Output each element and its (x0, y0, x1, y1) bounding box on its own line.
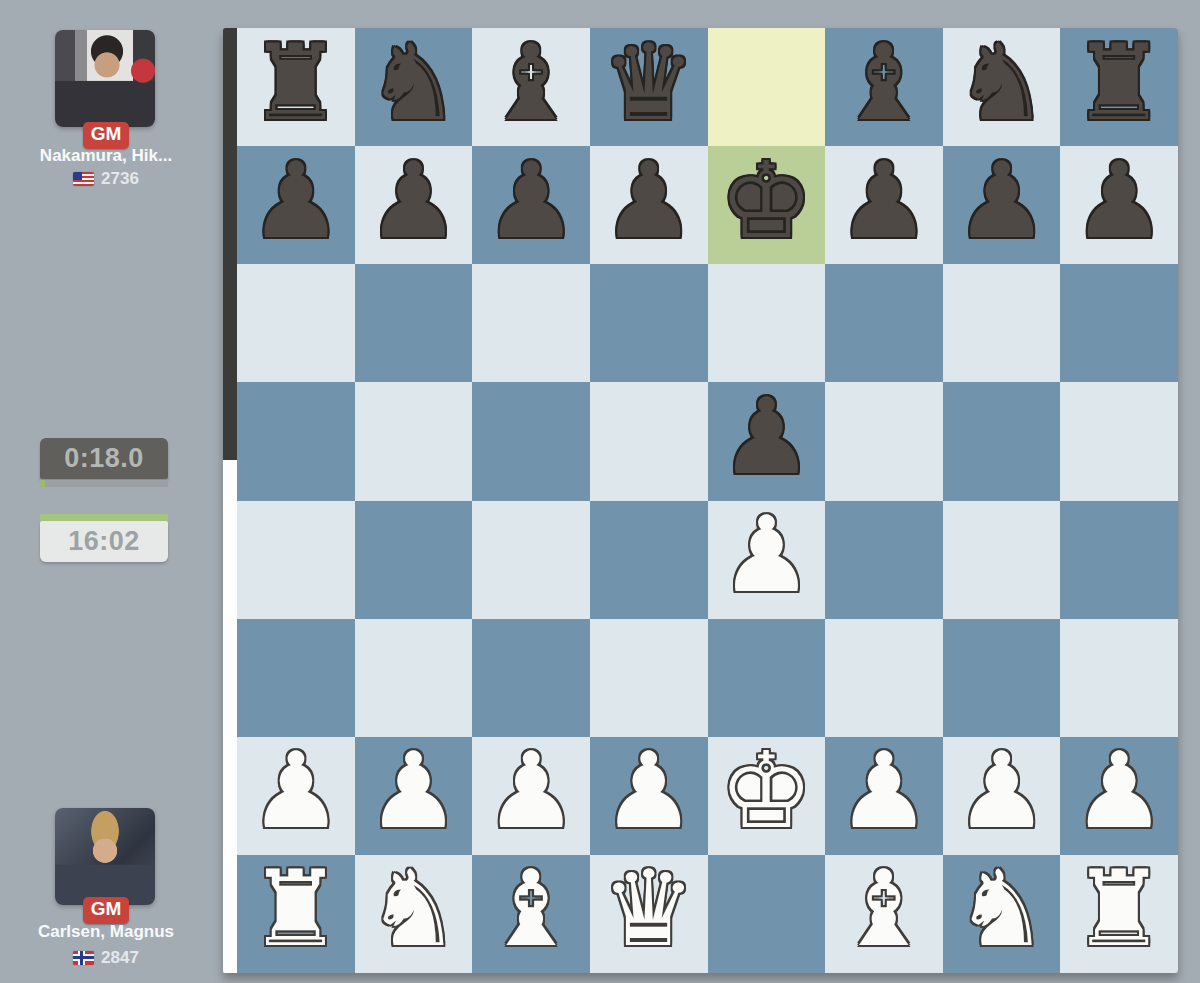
square-h8[interactable]: ♜ (1060, 28, 1178, 146)
norway-flag-icon (73, 951, 94, 965)
piece-white-pawn: ♟ (602, 739, 696, 844)
piece-black-pawn: ♟ (837, 149, 931, 254)
chess-board: ♜♞♝♛♝♞♜♟♟♟♟♚♟♟♟♟♟♟♟♟♟♚♟♟♟♜♞♝♛♝♞♜ (237, 28, 1178, 973)
square-c6[interactable] (472, 264, 590, 382)
square-f5[interactable] (825, 382, 943, 500)
player-bottom-avatar (55, 808, 155, 905)
square-h6[interactable] (1060, 264, 1178, 382)
square-e5[interactable]: ♟ (708, 382, 826, 500)
piece-white-knight: ♞ (366, 857, 460, 962)
square-g1[interactable]: ♞ (943, 855, 1061, 973)
piece-white-bishop: ♝ (837, 857, 931, 962)
piece-black-knight: ♞ (954, 31, 1048, 136)
player-top-time-bar-fill (40, 480, 45, 487)
board-area: ♜♞♝♛♝♞♜♟♟♟♟♚♟♟♟♟♟♟♟♟♟♚♟♟♟♜♞♝♛♝♞♜ (223, 28, 1178, 973)
piece-black-knight: ♞ (366, 31, 460, 136)
square-c5[interactable] (472, 382, 590, 500)
square-b3[interactable] (355, 619, 473, 737)
player-bottom-time-bar (40, 514, 168, 521)
square-b5[interactable] (355, 382, 473, 500)
square-b8[interactable]: ♞ (355, 28, 473, 146)
square-d7[interactable]: ♟ (590, 146, 708, 264)
piece-white-pawn: ♟ (719, 503, 813, 608)
square-h3[interactable] (1060, 619, 1178, 737)
piece-white-pawn: ♟ (249, 739, 343, 844)
piece-black-rook: ♜ (249, 31, 343, 136)
piece-black-bishop: ♝ (837, 31, 931, 136)
player-bottom-name: Carlsen, Magnus (0, 922, 212, 942)
piece-white-rook: ♜ (249, 857, 343, 962)
piece-black-rook: ♜ (1072, 31, 1166, 136)
square-a1[interactable]: ♜ (237, 855, 355, 973)
square-a8[interactable]: ♜ (237, 28, 355, 146)
piece-black-pawn: ♟ (1072, 149, 1166, 254)
us-flag-icon (73, 172, 94, 186)
player-bottom-time-bar-fill (40, 514, 168, 521)
player-bottom-badge-row: GM (0, 897, 212, 924)
square-e7[interactable]: ♚ (708, 146, 826, 264)
square-a7[interactable]: ♟ (237, 146, 355, 264)
square-f4[interactable] (825, 501, 943, 619)
square-c7[interactable]: ♟ (472, 146, 590, 264)
square-g2[interactable]: ♟ (943, 737, 1061, 855)
player-top-clock: 0:18.0 (40, 438, 168, 479)
player-bottom-rating-row: 2847 (0, 948, 212, 968)
square-c1[interactable]: ♝ (472, 855, 590, 973)
player-bottom-title-badge: GM (83, 897, 130, 924)
square-d8[interactable]: ♛ (590, 28, 708, 146)
piece-white-knight: ♞ (954, 857, 1048, 962)
player-top-name: Nakamura, Hik... (0, 146, 212, 166)
piece-white-pawn: ♟ (954, 739, 1048, 844)
player-top-badge-row: GM (0, 122, 212, 149)
square-g7[interactable]: ♟ (943, 146, 1061, 264)
piece-white-pawn: ♟ (366, 739, 460, 844)
square-h5[interactable] (1060, 382, 1178, 500)
square-d2[interactable]: ♟ (590, 737, 708, 855)
piece-black-pawn: ♟ (954, 149, 1048, 254)
piece-white-bishop: ♝ (484, 857, 578, 962)
square-a4[interactable] (237, 501, 355, 619)
square-f6[interactable] (825, 264, 943, 382)
piece-black-pawn: ♟ (602, 149, 696, 254)
player-top-rating-row: 2736 (0, 169, 212, 189)
player-top-rating: 2736 (101, 169, 139, 189)
square-f1[interactable]: ♝ (825, 855, 943, 973)
square-b1[interactable]: ♞ (355, 855, 473, 973)
square-d4[interactable] (590, 501, 708, 619)
square-a5[interactable] (237, 382, 355, 500)
piece-white-king: ♚ (719, 739, 813, 844)
square-d1[interactable]: ♛ (590, 855, 708, 973)
square-h1[interactable]: ♜ (1060, 855, 1178, 973)
piece-white-rook: ♜ (1072, 857, 1166, 962)
square-c2[interactable]: ♟ (472, 737, 590, 855)
square-e6[interactable] (708, 264, 826, 382)
piece-black-bishop: ♝ (484, 31, 578, 136)
evaluation-bar-black (223, 28, 237, 460)
square-a2[interactable]: ♟ (237, 737, 355, 855)
piece-white-pawn: ♟ (484, 739, 578, 844)
square-f3[interactable] (825, 619, 943, 737)
piece-black-queen: ♛ (602, 31, 696, 136)
square-c8[interactable]: ♝ (472, 28, 590, 146)
player-bottom-rating: 2847 (101, 948, 139, 968)
square-g8[interactable]: ♞ (943, 28, 1061, 146)
square-g6[interactable] (943, 264, 1061, 382)
piece-black-pawn: ♟ (484, 149, 578, 254)
player-top-time-bar (40, 480, 168, 487)
piece-white-queen: ♛ (602, 857, 696, 962)
evaluation-bar (223, 28, 237, 973)
square-d6[interactable] (590, 264, 708, 382)
square-e4[interactable]: ♟ (708, 501, 826, 619)
piece-black-king: ♚ (719, 149, 813, 254)
piece-white-pawn: ♟ (837, 739, 931, 844)
square-b6[interactable] (355, 264, 473, 382)
square-h7[interactable]: ♟ (1060, 146, 1178, 264)
square-d3[interactable] (590, 619, 708, 737)
square-b4[interactable] (355, 501, 473, 619)
piece-white-pawn: ♟ (1072, 739, 1166, 844)
square-b2[interactable]: ♟ (355, 737, 473, 855)
square-g4[interactable] (943, 501, 1061, 619)
square-d5[interactable] (590, 382, 708, 500)
player-top-title-badge: GM (83, 122, 130, 149)
square-f7[interactable]: ♟ (825, 146, 943, 264)
square-e2[interactable]: ♚ (708, 737, 826, 855)
square-c3[interactable] (472, 619, 590, 737)
piece-black-pawn: ♟ (719, 385, 813, 490)
square-g3[interactable] (943, 619, 1061, 737)
player-top-avatar (55, 30, 155, 127)
square-f2[interactable]: ♟ (825, 737, 943, 855)
player-bottom-clock: 16:02 (40, 521, 168, 562)
square-g5[interactable] (943, 382, 1061, 500)
square-b7[interactable]: ♟ (355, 146, 473, 264)
square-a3[interactable] (237, 619, 355, 737)
piece-black-pawn: ♟ (366, 149, 460, 254)
square-c4[interactable] (472, 501, 590, 619)
square-a6[interactable] (237, 264, 355, 382)
square-f8[interactable]: ♝ (825, 28, 943, 146)
square-h2[interactable]: ♟ (1060, 737, 1178, 855)
piece-black-pawn: ♟ (249, 149, 343, 254)
square-e3[interactable] (708, 619, 826, 737)
square-h4[interactable] (1060, 501, 1178, 619)
square-e8[interactable] (708, 28, 826, 146)
square-e1[interactable] (708, 855, 826, 973)
